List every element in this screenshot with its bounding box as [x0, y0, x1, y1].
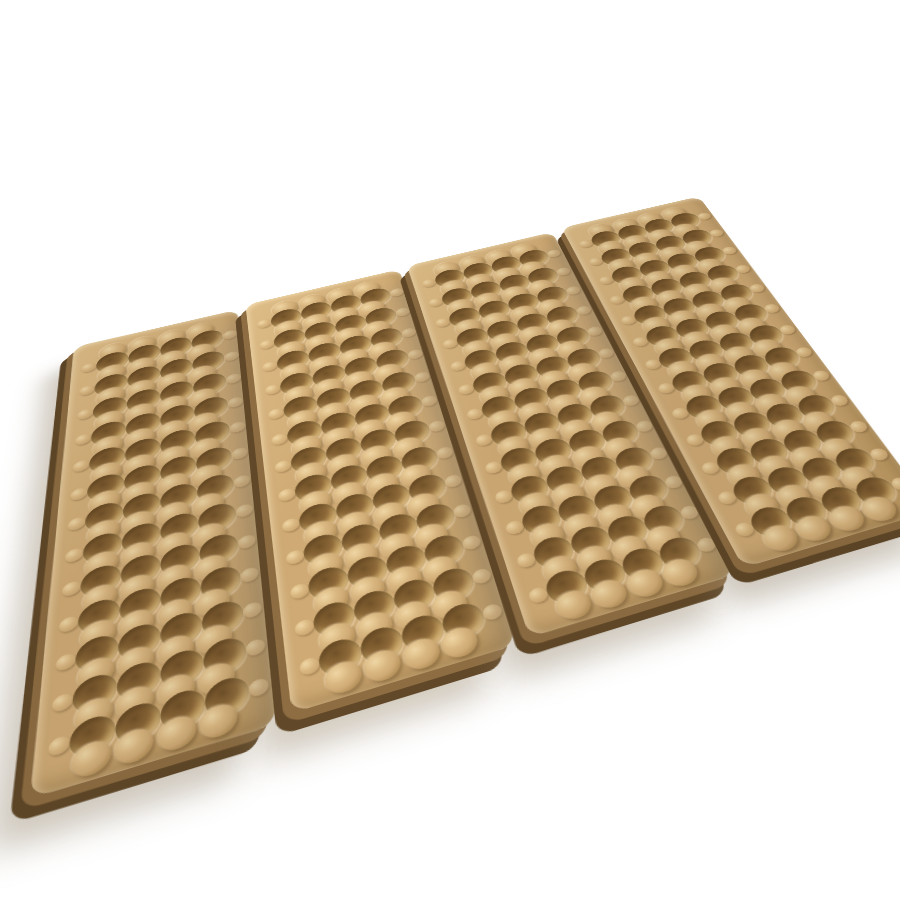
- seat-pad: [33, 200, 900, 792]
- foam-edge-bump: [428, 419, 446, 433]
- foam-edge-bump: [233, 473, 250, 488]
- foam-edge-bump: [471, 567, 493, 586]
- pad-panel-1: [30, 310, 276, 798]
- foam-edge-bump: [240, 565, 259, 583]
- foam-edge-bump: [227, 395, 243, 408]
- foam-edge-bump: [222, 329, 237, 340]
- foam-edge-bump: [395, 306, 411, 317]
- foam-edge-bump: [243, 600, 263, 619]
- foam-edge-bump: [248, 676, 269, 698]
- foam-edge-bump: [231, 446, 248, 461]
- foam-edge-bump: [245, 637, 265, 657]
- foam-edge-bump: [224, 350, 239, 362]
- foam-edge-bump: [401, 327, 417, 339]
- foam-edge-bump: [420, 394, 438, 407]
- foam-edge-bump: [226, 372, 242, 384]
- photo-stage: [0, 0, 900, 900]
- foam-edge-bump: [413, 370, 430, 383]
- foam-edge-bump: [229, 420, 246, 434]
- foam-edge-bump: [238, 533, 257, 550]
- foam-edge-bump: [389, 287, 405, 298]
- foam-edge-bump: [235, 502, 253, 518]
- foam-edge-bump: [407, 348, 424, 360]
- foam-edge-bump: [481, 602, 504, 622]
- foam-edge-bump: [443, 473, 463, 489]
- foam-edge-bump: [452, 502, 472, 518]
- foam-edge-bump: [461, 533, 482, 550]
- foam-edge-bump: [435, 445, 454, 460]
